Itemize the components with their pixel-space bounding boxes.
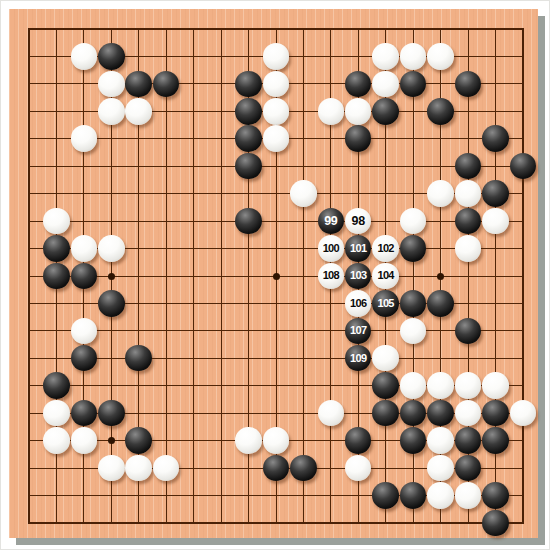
intersection[interactable] [290, 262, 317, 289]
intersection[interactable] [427, 290, 454, 317]
intersection[interactable] [152, 372, 179, 399]
intersection[interactable] [372, 43, 399, 70]
intersection[interactable] [345, 180, 372, 207]
intersection[interactable] [399, 317, 426, 344]
intersection[interactable] [98, 235, 125, 262]
intersection[interactable] [290, 207, 317, 234]
intersection[interactable] [152, 152, 179, 179]
intersection[interactable] [98, 43, 125, 70]
intersection[interactable] [509, 372, 536, 399]
intersection[interactable] [482, 152, 509, 179]
intersection[interactable]: 105 [372, 290, 399, 317]
intersection[interactable] [43, 372, 70, 399]
intersection[interactable] [98, 427, 125, 454]
intersection[interactable] [345, 152, 372, 179]
intersection[interactable] [509, 454, 536, 481]
intersection[interactable] [152, 43, 179, 70]
intersection[interactable] [15, 262, 42, 289]
intersection[interactable] [125, 43, 152, 70]
intersection[interactable] [454, 482, 481, 509]
intersection[interactable] [482, 345, 509, 372]
intersection[interactable] [235, 125, 262, 152]
intersection[interactable] [454, 15, 481, 42]
intersection[interactable]: 101 [345, 235, 372, 262]
intersection[interactable] [207, 372, 234, 399]
intersection[interactable] [207, 15, 234, 42]
intersection[interactable] [427, 317, 454, 344]
intersection[interactable] [345, 15, 372, 42]
intersection[interactable] [15, 125, 42, 152]
intersection[interactable] [427, 372, 454, 399]
intersection[interactable] [235, 262, 262, 289]
intersection[interactable] [509, 207, 536, 234]
intersection[interactable] [262, 180, 289, 207]
intersection[interactable] [125, 345, 152, 372]
intersection[interactable] [427, 345, 454, 372]
intersection[interactable] [70, 70, 97, 97]
intersection[interactable] [399, 180, 426, 207]
intersection[interactable] [262, 290, 289, 317]
intersection[interactable] [290, 15, 317, 42]
intersection[interactable] [125, 152, 152, 179]
intersection[interactable] [290, 290, 317, 317]
intersection[interactable] [15, 207, 42, 234]
intersection[interactable] [235, 98, 262, 125]
intersection[interactable] [207, 427, 234, 454]
intersection[interactable] [427, 70, 454, 97]
intersection[interactable] [454, 43, 481, 70]
intersection[interactable] [399, 152, 426, 179]
intersection[interactable] [482, 180, 509, 207]
intersection[interactable] [372, 345, 399, 372]
intersection[interactable] [399, 70, 426, 97]
intersection[interactable] [15, 345, 42, 372]
intersection[interactable] [207, 509, 234, 536]
intersection[interactable] [98, 70, 125, 97]
intersection[interactable] [125, 290, 152, 317]
intersection[interactable]: 107 [345, 317, 372, 344]
intersection[interactable] [262, 70, 289, 97]
intersection[interactable] [152, 290, 179, 317]
intersection[interactable] [262, 43, 289, 70]
intersection[interactable] [98, 125, 125, 152]
intersection[interactable] [399, 454, 426, 481]
intersection[interactable] [152, 317, 179, 344]
intersection[interactable] [482, 43, 509, 70]
intersection[interactable] [43, 15, 70, 42]
intersection[interactable] [125, 70, 152, 97]
intersection[interactable] [152, 180, 179, 207]
intersection[interactable] [427, 152, 454, 179]
intersection[interactable] [454, 317, 481, 344]
intersection[interactable] [15, 454, 42, 481]
intersection[interactable] [427, 125, 454, 152]
intersection[interactable] [509, 345, 536, 372]
intersection[interactable] [98, 15, 125, 42]
intersection[interactable] [98, 372, 125, 399]
intersection[interactable] [125, 399, 152, 426]
intersection[interactable] [180, 180, 207, 207]
intersection[interactable] [399, 15, 426, 42]
intersection[interactable] [345, 454, 372, 481]
intersection[interactable] [399, 262, 426, 289]
intersection[interactable] [70, 427, 97, 454]
intersection[interactable] [482, 399, 509, 426]
intersection[interactable] [482, 262, 509, 289]
intersection[interactable] [399, 290, 426, 317]
intersection[interactable] [125, 180, 152, 207]
intersection[interactable] [15, 427, 42, 454]
intersection[interactable] [317, 180, 344, 207]
intersection[interactable] [290, 98, 317, 125]
intersection[interactable] [372, 98, 399, 125]
intersection[interactable] [482, 427, 509, 454]
intersection[interactable] [98, 180, 125, 207]
intersection[interactable] [482, 207, 509, 234]
intersection[interactable] [70, 317, 97, 344]
intersection[interactable] [180, 372, 207, 399]
intersection[interactable] [70, 180, 97, 207]
intersection[interactable]: 104 [372, 262, 399, 289]
intersection[interactable] [15, 482, 42, 509]
intersection[interactable]: 100 [317, 235, 344, 262]
intersection[interactable] [152, 207, 179, 234]
intersection[interactable] [290, 454, 317, 481]
intersection[interactable] [125, 509, 152, 536]
intersection[interactable] [290, 125, 317, 152]
intersection[interactable] [43, 345, 70, 372]
intersection[interactable] [262, 317, 289, 344]
intersection[interactable] [207, 454, 234, 481]
intersection[interactable] [290, 399, 317, 426]
intersection[interactable] [43, 180, 70, 207]
intersection[interactable] [372, 454, 399, 481]
intersection[interactable] [98, 345, 125, 372]
intersection[interactable] [290, 235, 317, 262]
intersection[interactable] [15, 15, 42, 42]
intersection[interactable] [180, 152, 207, 179]
intersection[interactable] [125, 427, 152, 454]
intersection[interactable] [317, 372, 344, 399]
intersection[interactable] [207, 180, 234, 207]
intersection[interactable] [427, 454, 454, 481]
intersection[interactable] [152, 70, 179, 97]
intersection[interactable] [317, 317, 344, 344]
intersection[interactable] [482, 98, 509, 125]
intersection[interactable] [482, 290, 509, 317]
intersection[interactable] [399, 427, 426, 454]
intersection[interactable] [207, 482, 234, 509]
intersection[interactable] [15, 290, 42, 317]
intersection[interactable] [43, 207, 70, 234]
intersection[interactable] [345, 509, 372, 536]
intersection[interactable] [372, 482, 399, 509]
intersection[interactable] [98, 399, 125, 426]
intersection[interactable] [43, 235, 70, 262]
intersection[interactable] [70, 207, 97, 234]
intersection[interactable] [482, 482, 509, 509]
intersection[interactable] [235, 70, 262, 97]
intersection[interactable] [345, 43, 372, 70]
intersection[interactable] [43, 399, 70, 426]
intersection[interactable] [235, 235, 262, 262]
intersection[interactable] [98, 262, 125, 289]
intersection[interactable] [509, 235, 536, 262]
intersection[interactable] [207, 43, 234, 70]
intersection[interactable] [43, 509, 70, 536]
intersection[interactable] [43, 290, 70, 317]
intersection[interactable] [317, 482, 344, 509]
intersection[interactable] [43, 427, 70, 454]
intersection[interactable] [152, 235, 179, 262]
intersection[interactable] [15, 399, 42, 426]
intersection[interactable] [43, 454, 70, 481]
intersection[interactable] [509, 98, 536, 125]
intersection[interactable]: 103 [345, 262, 372, 289]
intersection[interactable] [454, 235, 481, 262]
intersection[interactable] [427, 180, 454, 207]
intersection[interactable]: 109 [345, 345, 372, 372]
intersection[interactable] [482, 317, 509, 344]
intersection[interactable]: 106 [345, 290, 372, 317]
intersection[interactable] [454, 262, 481, 289]
intersection[interactable] [262, 509, 289, 536]
intersection[interactable] [427, 235, 454, 262]
intersection[interactable] [15, 235, 42, 262]
intersection[interactable] [345, 70, 372, 97]
intersection[interactable] [152, 399, 179, 426]
intersection[interactable] [427, 399, 454, 426]
intersection[interactable] [15, 152, 42, 179]
intersection[interactable] [372, 180, 399, 207]
intersection[interactable] [15, 70, 42, 97]
intersection[interactable] [235, 345, 262, 372]
intersection[interactable]: 99 [317, 207, 344, 234]
intersection[interactable] [509, 43, 536, 70]
intersection[interactable] [152, 509, 179, 536]
intersection[interactable] [454, 207, 481, 234]
intersection[interactable] [152, 262, 179, 289]
intersection[interactable] [509, 482, 536, 509]
intersection[interactable] [262, 125, 289, 152]
intersection[interactable] [152, 125, 179, 152]
intersection[interactable] [43, 262, 70, 289]
intersection[interactable] [345, 399, 372, 426]
intersection[interactable] [152, 15, 179, 42]
intersection[interactable] [509, 290, 536, 317]
intersection[interactable] [207, 345, 234, 372]
intersection[interactable] [509, 399, 536, 426]
intersection[interactable] [262, 482, 289, 509]
intersection[interactable] [180, 290, 207, 317]
intersection[interactable] [290, 372, 317, 399]
intersection[interactable] [235, 180, 262, 207]
intersection[interactable] [262, 399, 289, 426]
intersection[interactable] [15, 509, 42, 536]
intersection[interactable] [70, 372, 97, 399]
intersection[interactable] [262, 372, 289, 399]
intersection[interactable] [509, 125, 536, 152]
intersection[interactable] [509, 15, 536, 42]
intersection[interactable] [207, 207, 234, 234]
intersection[interactable] [482, 509, 509, 536]
intersection[interactable] [43, 317, 70, 344]
intersection[interactable] [180, 125, 207, 152]
intersection[interactable] [454, 290, 481, 317]
intersection[interactable] [70, 290, 97, 317]
intersection[interactable] [43, 125, 70, 152]
intersection[interactable] [427, 207, 454, 234]
intersection[interactable] [235, 509, 262, 536]
intersection[interactable] [152, 98, 179, 125]
intersection[interactable] [180, 98, 207, 125]
intersection[interactable] [399, 372, 426, 399]
intersection[interactable] [509, 70, 536, 97]
intersection[interactable] [399, 43, 426, 70]
intersection[interactable] [235, 43, 262, 70]
intersection[interactable] [290, 482, 317, 509]
intersection[interactable] [235, 427, 262, 454]
intersection[interactable] [399, 345, 426, 372]
intersection[interactable] [454, 125, 481, 152]
intersection[interactable] [372, 427, 399, 454]
intersection[interactable] [70, 15, 97, 42]
intersection[interactable] [70, 509, 97, 536]
intersection[interactable] [125, 235, 152, 262]
intersection[interactable] [98, 509, 125, 536]
intersection[interactable] [235, 15, 262, 42]
intersection[interactable] [427, 15, 454, 42]
intersection[interactable] [207, 70, 234, 97]
intersection[interactable] [482, 235, 509, 262]
intersection[interactable] [454, 399, 481, 426]
intersection[interactable] [70, 152, 97, 179]
intersection[interactable] [125, 98, 152, 125]
intersection[interactable] [152, 454, 179, 481]
intersection[interactable] [98, 290, 125, 317]
intersection[interactable] [15, 98, 42, 125]
intersection[interactable] [399, 482, 426, 509]
intersection[interactable] [372, 152, 399, 179]
intersection[interactable] [427, 482, 454, 509]
intersection[interactable] [262, 345, 289, 372]
intersection[interactable] [454, 454, 481, 481]
intersection[interactable] [98, 454, 125, 481]
intersection[interactable] [152, 345, 179, 372]
intersection[interactable] [454, 509, 481, 536]
intersection[interactable] [317, 15, 344, 42]
intersection[interactable] [70, 399, 97, 426]
intersection[interactable] [454, 372, 481, 399]
intersection[interactable] [98, 482, 125, 509]
intersection[interactable] [372, 399, 399, 426]
intersection[interactable] [235, 454, 262, 481]
intersection[interactable] [262, 262, 289, 289]
intersection[interactable] [15, 43, 42, 70]
intersection[interactable] [98, 317, 125, 344]
intersection[interactable] [427, 262, 454, 289]
intersection[interactable] [235, 399, 262, 426]
intersection[interactable] [207, 125, 234, 152]
intersection[interactable] [317, 509, 344, 536]
intersection[interactable] [454, 152, 481, 179]
intersection[interactable] [98, 207, 125, 234]
intersection[interactable] [43, 98, 70, 125]
intersection[interactable] [125, 372, 152, 399]
intersection[interactable] [317, 454, 344, 481]
intersection[interactable] [180, 235, 207, 262]
intersection[interactable] [317, 70, 344, 97]
intersection[interactable] [235, 207, 262, 234]
intersection[interactable] [345, 98, 372, 125]
intersection[interactable] [454, 180, 481, 207]
intersection[interactable] [207, 290, 234, 317]
intersection[interactable] [317, 152, 344, 179]
intersection[interactable] [70, 482, 97, 509]
intersection[interactable] [180, 207, 207, 234]
intersection[interactable] [235, 482, 262, 509]
intersection[interactable] [125, 482, 152, 509]
intersection[interactable] [262, 152, 289, 179]
intersection[interactable] [345, 427, 372, 454]
intersection[interactable] [207, 235, 234, 262]
intersection[interactable] [454, 345, 481, 372]
intersection[interactable] [152, 427, 179, 454]
intersection[interactable] [345, 372, 372, 399]
intersection[interactable] [290, 317, 317, 344]
intersection[interactable] [98, 152, 125, 179]
intersection[interactable] [290, 180, 317, 207]
intersection[interactable] [454, 427, 481, 454]
intersection[interactable] [290, 43, 317, 70]
intersection[interactable] [43, 152, 70, 179]
intersection[interactable] [70, 454, 97, 481]
intersection[interactable] [372, 15, 399, 42]
intersection[interactable] [125, 207, 152, 234]
intersection[interactable] [372, 372, 399, 399]
intersection[interactable] [290, 152, 317, 179]
intersection[interactable] [235, 290, 262, 317]
intersection[interactable] [125, 15, 152, 42]
intersection[interactable] [262, 454, 289, 481]
intersection[interactable] [317, 399, 344, 426]
intersection[interactable] [180, 399, 207, 426]
intersection[interactable] [509, 317, 536, 344]
intersection[interactable] [290, 509, 317, 536]
intersection[interactable] [262, 15, 289, 42]
intersection[interactable] [317, 98, 344, 125]
intersection[interactable]: 108 [317, 262, 344, 289]
intersection[interactable] [70, 98, 97, 125]
intersection[interactable] [427, 427, 454, 454]
intersection[interactable] [207, 262, 234, 289]
intersection[interactable] [125, 317, 152, 344]
intersection[interactable] [125, 454, 152, 481]
intersection[interactable] [15, 180, 42, 207]
intersection[interactable] [482, 454, 509, 481]
intersection[interactable] [180, 427, 207, 454]
intersection[interactable] [262, 98, 289, 125]
intersection[interactable] [70, 262, 97, 289]
intersection[interactable] [15, 317, 42, 344]
intersection[interactable] [180, 317, 207, 344]
intersection[interactable] [509, 427, 536, 454]
intersection[interactable] [180, 15, 207, 42]
intersection[interactable] [152, 482, 179, 509]
intersection[interactable] [43, 70, 70, 97]
intersection[interactable] [372, 509, 399, 536]
intersection[interactable] [98, 98, 125, 125]
